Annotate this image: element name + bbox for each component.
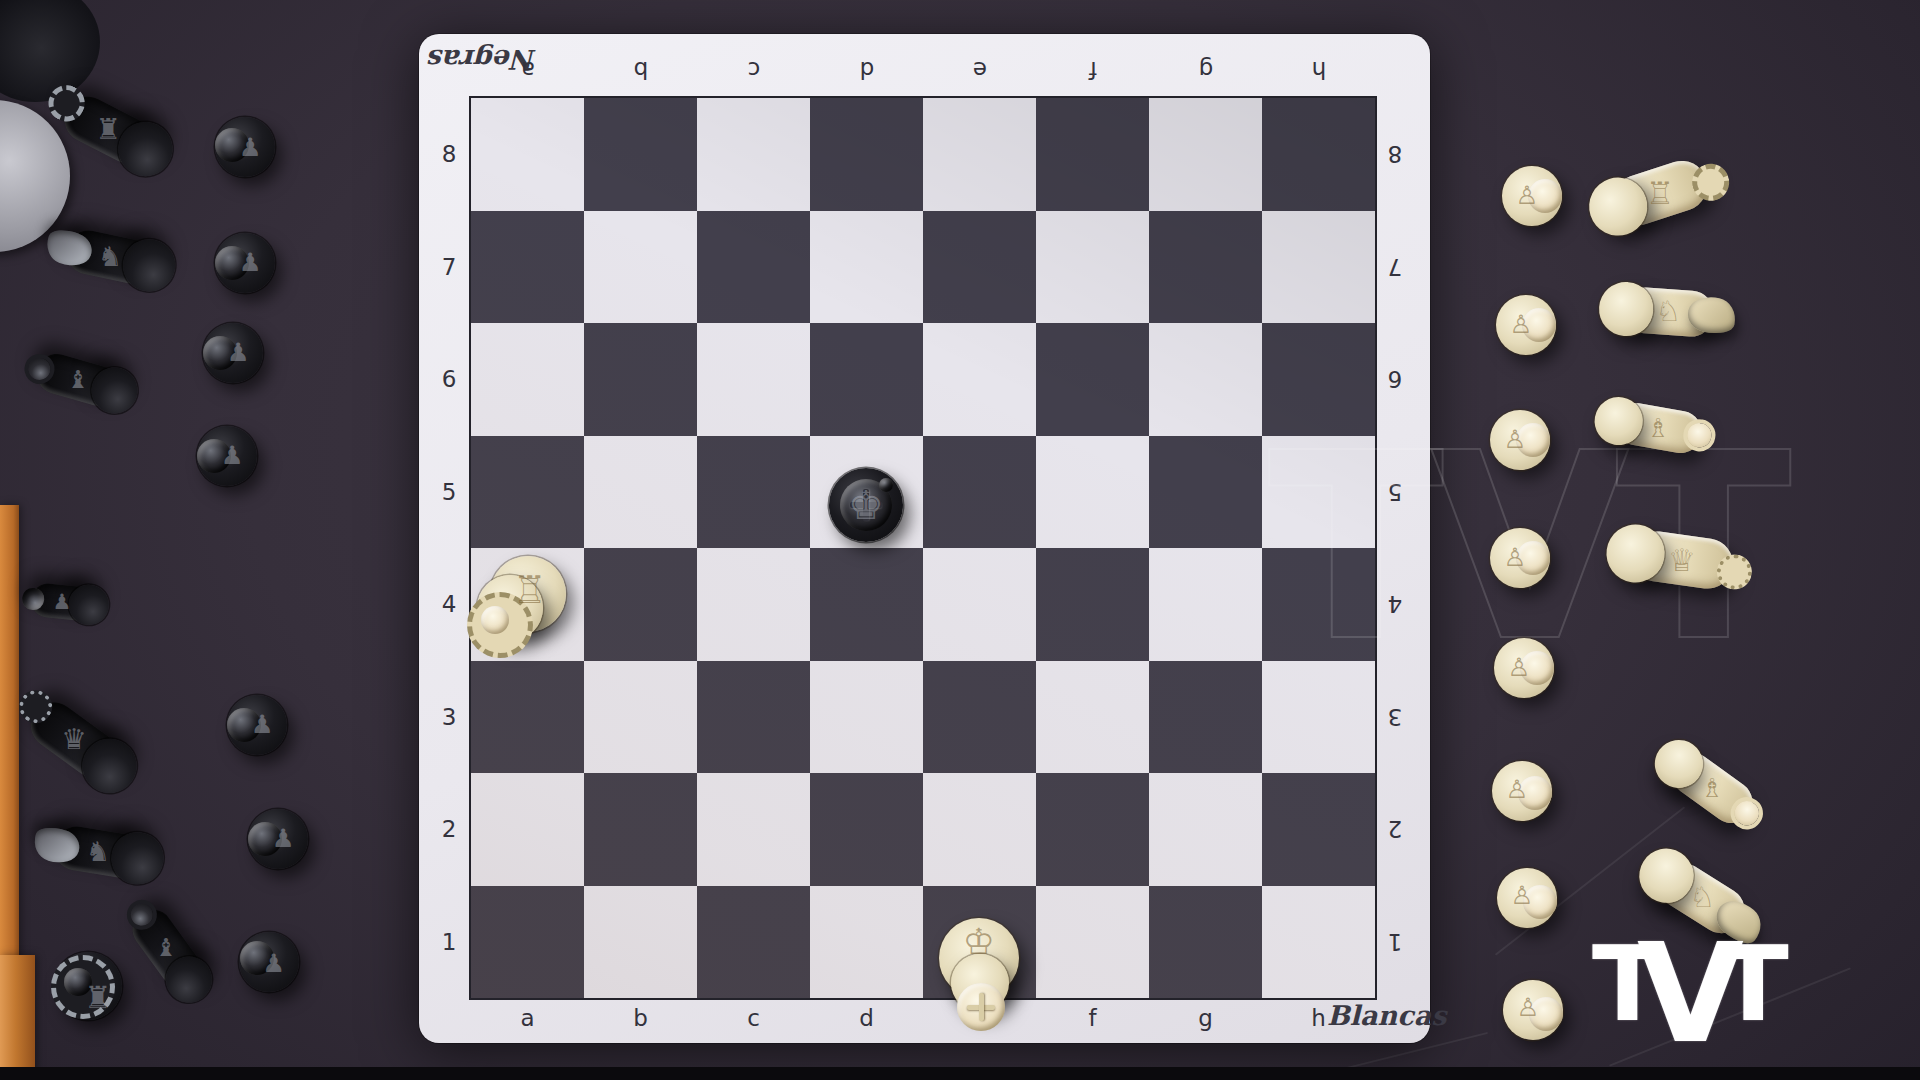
rank-label-right-3: 3 (1388, 704, 1403, 730)
wooden-table-edge-lower (0, 955, 35, 1080)
file-label-top-b: b (633, 57, 648, 83)
square-e2[interactable] (923, 773, 1036, 886)
square-g3[interactable] (1149, 661, 1262, 774)
file-label-top-d: d (859, 57, 874, 83)
square-b3[interactable] (584, 661, 697, 774)
square-a5[interactable] (471, 436, 584, 549)
square-f3[interactable] (1036, 661, 1149, 774)
square-a8[interactable] (471, 98, 584, 211)
square-c4[interactable] (697, 548, 810, 661)
square-b7[interactable] (584, 211, 697, 324)
square-f6[interactable] (1036, 323, 1149, 436)
file-label-top-f: f (1088, 57, 1096, 83)
square-f2[interactable] (1036, 773, 1149, 886)
square-e3[interactable] (923, 661, 1036, 774)
square-f1[interactable] (1036, 886, 1149, 999)
file-label-bottom-f: f (1088, 1005, 1096, 1031)
square-c1[interactable] (697, 886, 810, 999)
square-c6[interactable] (697, 323, 810, 436)
square-g1[interactable] (1149, 886, 1262, 999)
rank-label-left-5: 5 (442, 479, 457, 505)
rank-label-right-2: 2 (1388, 816, 1403, 842)
file-label-top-h: h (1311, 57, 1326, 83)
square-g2[interactable] (1149, 773, 1262, 886)
file-label-bottom-a: a (520, 1005, 534, 1031)
file-label-top-e: e (972, 57, 986, 83)
letterbox-bar (0, 1067, 1920, 1080)
file-label-bottom-h: h (1311, 1005, 1326, 1031)
square-b2[interactable] (584, 773, 697, 886)
file-label-top-g: g (1198, 57, 1213, 83)
square-a1[interactable] (471, 886, 584, 999)
rank-label-left-2: 2 (442, 816, 457, 842)
square-d3[interactable] (810, 661, 923, 774)
square-d4[interactable] (810, 548, 923, 661)
rank-label-right-8: 8 (1388, 141, 1403, 167)
file-label-top-c: c (747, 57, 760, 83)
square-d6[interactable] (810, 323, 923, 436)
rank-label-left-6: 6 (442, 366, 457, 392)
rank-label-right-1: 1 (1388, 929, 1403, 955)
square-e8[interactable] (923, 98, 1036, 211)
file-label-bottom-g: g (1198, 1005, 1213, 1031)
square-d1[interactable] (810, 886, 923, 999)
square-d2[interactable] (810, 773, 923, 886)
square-h7[interactable] (1262, 211, 1375, 324)
square-a6[interactable] (471, 323, 584, 436)
square-f5[interactable] (1036, 436, 1149, 549)
square-g4[interactable] (1149, 548, 1262, 661)
square-c3[interactable] (697, 661, 810, 774)
square-g6[interactable] (1149, 323, 1262, 436)
square-h2[interactable] (1262, 773, 1375, 886)
file-label-top-a: a (520, 57, 534, 83)
square-f8[interactable] (1036, 98, 1149, 211)
square-a2[interactable] (471, 773, 584, 886)
rank-label-left-4: 4 (442, 591, 457, 617)
file-label-bottom-b: b (633, 1005, 648, 1031)
rank-label-left-1: 1 (442, 929, 457, 955)
square-e5[interactable] (923, 436, 1036, 549)
white-side-label: Blancas (1327, 1000, 1446, 1031)
square-e7[interactable] (923, 211, 1036, 324)
square-e4[interactable] (923, 548, 1036, 661)
square-g5[interactable] (1149, 436, 1262, 549)
square-c2[interactable] (697, 773, 810, 886)
square-b1[interactable] (584, 886, 697, 999)
rank-label-left-3: 3 (442, 704, 457, 730)
square-b6[interactable] (584, 323, 697, 436)
square-c5[interactable] (697, 436, 810, 549)
table-corner-shadow (0, 0, 100, 102)
square-b8[interactable] (584, 98, 697, 211)
square-d7[interactable] (810, 211, 923, 324)
square-f7[interactable] (1036, 211, 1149, 324)
rank-label-left-8: 8 (442, 141, 457, 167)
file-label-bottom-c: c (747, 1005, 760, 1031)
square-e6[interactable] (923, 323, 1036, 436)
square-b5[interactable] (584, 436, 697, 549)
square-h1[interactable] (1262, 886, 1375, 999)
rank-label-left-7: 7 (442, 254, 457, 280)
board-grid (469, 96, 1377, 1000)
tvt-logo-letter-V1: V (1637, 913, 1744, 1074)
rank-label-right-6: 6 (1388, 366, 1403, 392)
video-frame: TVT Negras Blancas aabbccddeeffgghh88776… (0, 0, 1920, 1080)
square-b4[interactable] (584, 548, 697, 661)
square-c7[interactable] (697, 211, 810, 324)
rank-label-right-7: 7 (1388, 254, 1403, 280)
tvt-logo: TVT (1592, 903, 1789, 1064)
square-h8[interactable] (1262, 98, 1375, 211)
file-label-bottom-d: d (859, 1005, 874, 1031)
square-g7[interactable] (1149, 211, 1262, 324)
square-g8[interactable] (1149, 98, 1262, 211)
square-d8[interactable] (810, 98, 923, 211)
square-a3[interactable] (471, 661, 584, 774)
square-c8[interactable] (697, 98, 810, 211)
square-a7[interactable] (471, 211, 584, 324)
square-f4[interactable] (1036, 548, 1149, 661)
